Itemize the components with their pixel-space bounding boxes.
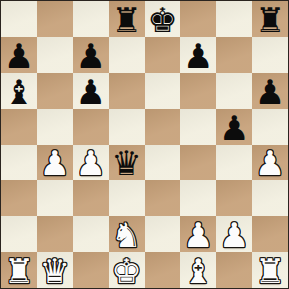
square-e2[interactable]: [145, 216, 181, 252]
square-d1[interactable]: ♚: [109, 252, 145, 288]
square-f7[interactable]: ♟: [180, 37, 216, 73]
square-e8[interactable]: ♚: [145, 1, 181, 37]
square-h7[interactable]: [252, 37, 288, 73]
piece-black-pawn[interactable]: ♟: [219, 110, 249, 145]
square-f1[interactable]: ♝: [180, 252, 216, 288]
piece-black-rook[interactable]: ♜: [255, 2, 285, 37]
square-e6[interactable]: [145, 73, 181, 109]
square-f4[interactable]: [180, 145, 216, 181]
piece-white-pawn[interactable]: ♟: [255, 145, 285, 180]
square-a7[interactable]: ♟: [1, 37, 37, 73]
square-b7[interactable]: [37, 37, 73, 73]
square-h4[interactable]: ♟: [252, 145, 288, 181]
square-d4[interactable]: ♛: [109, 145, 145, 181]
square-f5[interactable]: [180, 109, 216, 145]
square-g1[interactable]: [216, 252, 252, 288]
square-b5[interactable]: [37, 109, 73, 145]
square-a1[interactable]: ♜: [1, 252, 37, 288]
piece-black-king[interactable]: ♚: [147, 2, 177, 37]
chess-board-window: ♜♚♜♟♟♟♝♟♟♟♟♟♛♟♞♟♟♜♛♚♝♜: [0, 0, 289, 289]
square-g6[interactable]: [216, 73, 252, 109]
square-c3[interactable]: [73, 180, 109, 216]
square-a5[interactable]: [1, 109, 37, 145]
square-f8[interactable]: [180, 1, 216, 37]
square-g2[interactable]: ♟: [216, 216, 252, 252]
piece-black-pawn[interactable]: ♟: [183, 38, 213, 73]
square-h6[interactable]: ♟: [252, 73, 288, 109]
square-a4[interactable]: [1, 145, 37, 181]
piece-white-queen[interactable]: ♛: [40, 253, 70, 288]
piece-white-pawn[interactable]: ♟: [183, 217, 213, 252]
square-d5[interactable]: [109, 109, 145, 145]
piece-black-pawn[interactable]: ♟: [75, 38, 105, 73]
square-e4[interactable]: [145, 145, 181, 181]
square-a3[interactable]: [1, 180, 37, 216]
square-e3[interactable]: [145, 180, 181, 216]
square-h8[interactable]: ♜: [252, 1, 288, 37]
piece-white-rook[interactable]: ♜: [255, 253, 285, 288]
square-f3[interactable]: [180, 180, 216, 216]
square-d7[interactable]: [109, 37, 145, 73]
piece-white-rook[interactable]: ♜: [4, 253, 34, 288]
piece-black-pawn[interactable]: ♟: [4, 38, 34, 73]
square-c5[interactable]: [73, 109, 109, 145]
square-h3[interactable]: [252, 180, 288, 216]
square-b1[interactable]: ♛: [37, 252, 73, 288]
piece-white-pawn[interactable]: ♟: [219, 217, 249, 252]
square-a8[interactable]: [1, 1, 37, 37]
piece-black-pawn[interactable]: ♟: [255, 74, 285, 109]
square-h2[interactable]: [252, 216, 288, 252]
piece-black-bishop[interactable]: ♝: [4, 74, 34, 109]
square-g4[interactable]: [216, 145, 252, 181]
square-e7[interactable]: [145, 37, 181, 73]
square-a6[interactable]: ♝: [1, 73, 37, 109]
square-c8[interactable]: [73, 1, 109, 37]
square-c1[interactable]: [73, 252, 109, 288]
square-g7[interactable]: [216, 37, 252, 73]
square-g5[interactable]: ♟: [216, 109, 252, 145]
square-c7[interactable]: ♟: [73, 37, 109, 73]
square-b8[interactable]: [37, 1, 73, 37]
square-d2[interactable]: ♞: [109, 216, 145, 252]
square-g8[interactable]: [216, 1, 252, 37]
piece-white-bishop[interactable]: ♝: [183, 253, 213, 288]
piece-white-pawn[interactable]: ♟: [40, 145, 70, 180]
square-h5[interactable]: [252, 109, 288, 145]
square-b4[interactable]: ♟: [37, 145, 73, 181]
square-b6[interactable]: [37, 73, 73, 109]
piece-black-pawn[interactable]: ♟: [75, 74, 105, 109]
square-a2[interactable]: [1, 216, 37, 252]
square-c2[interactable]: [73, 216, 109, 252]
square-e1[interactable]: [145, 252, 181, 288]
square-e5[interactable]: [145, 109, 181, 145]
piece-white-king[interactable]: ♚: [111, 253, 141, 288]
piece-white-pawn[interactable]: ♟: [75, 145, 105, 180]
piece-black-queen[interactable]: ♛: [111, 145, 141, 180]
square-b2[interactable]: [37, 216, 73, 252]
square-c6[interactable]: ♟: [73, 73, 109, 109]
square-d3[interactable]: [109, 180, 145, 216]
square-d8[interactable]: ♜: [109, 1, 145, 37]
square-h1[interactable]: ♜: [252, 252, 288, 288]
square-b3[interactable]: [37, 180, 73, 216]
square-g3[interactable]: [216, 180, 252, 216]
square-c4[interactable]: ♟: [73, 145, 109, 181]
square-f2[interactable]: ♟: [180, 216, 216, 252]
square-f6[interactable]: [180, 73, 216, 109]
square-d6[interactable]: [109, 73, 145, 109]
piece-black-rook[interactable]: ♜: [111, 2, 141, 37]
piece-white-knight[interactable]: ♞: [111, 217, 141, 252]
chess-board: ♜♚♜♟♟♟♝♟♟♟♟♟♛♟♞♟♟♜♛♚♝♜: [0, 0, 289, 289]
